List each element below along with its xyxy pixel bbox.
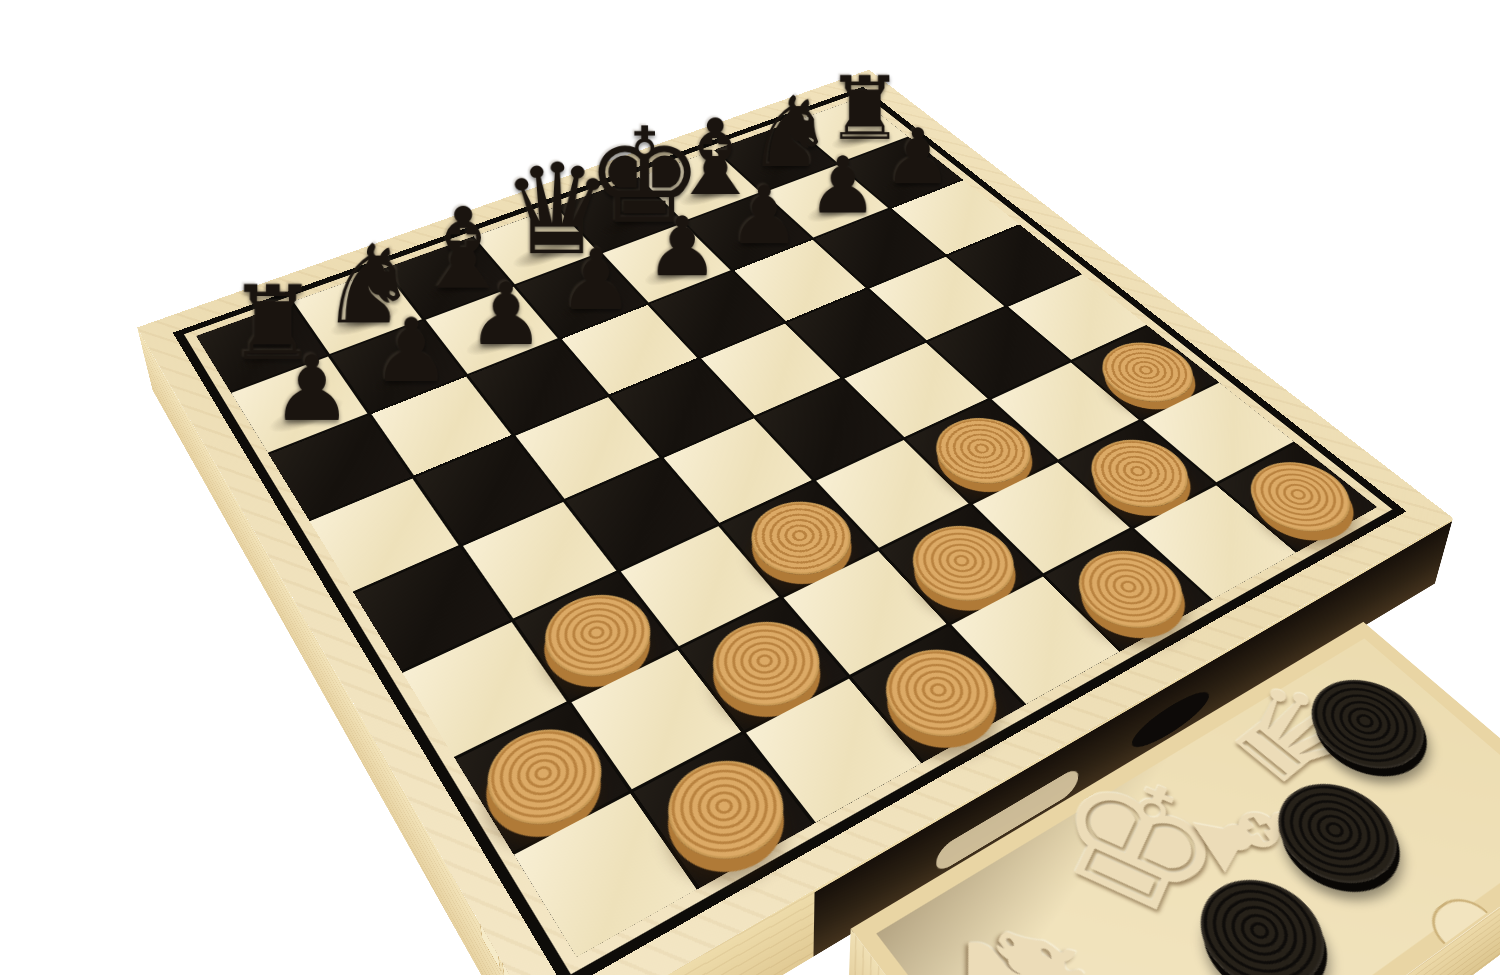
piece-black-pawn-c7[interactable]: ♟ bbox=[456, 271, 555, 357]
piece-black-pawn-d7[interactable]: ♟ bbox=[548, 238, 645, 322]
piece-black-pawn-a7[interactable]: ♟ bbox=[260, 344, 364, 434]
piece-black-pawn-b7[interactable]: ♟ bbox=[360, 307, 462, 395]
piece-black-pawn-e7[interactable]: ♟ bbox=[635, 206, 730, 288]
product-photo-scene: ♜♞♝♛♚♝♞♜♟♟♟♟♟♟♟♟ ♚♛♝♞ bbox=[0, 0, 1500, 975]
wooden-game-box: ♜♞♝♛♚♝♞♜♟♟♟♟♟♟♟♟ ♚♛♝♞ bbox=[137, 70, 1453, 975]
piece-black-pawn-f7[interactable]: ♟ bbox=[718, 176, 811, 256]
piece-black-pawn-g7[interactable]: ♟ bbox=[798, 146, 889, 224]
